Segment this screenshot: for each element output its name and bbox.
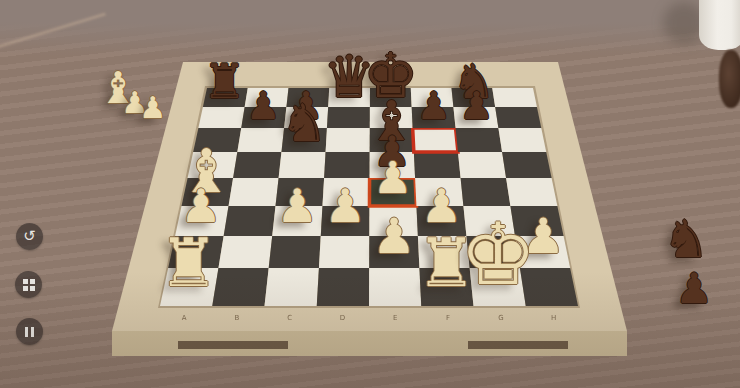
frame-slot-right [468,341,568,349]
square-d1[interactable] [317,268,369,306]
file-letter-H: H [551,314,556,322]
square-d5[interactable] [324,152,370,178]
square-d6[interactable] [326,128,370,152]
captured-black-knight: ♞ [663,213,710,265]
piece-white-rook[interactable]: ♜ [159,230,219,297]
piece-white-pawn[interactable]: ♟ [277,183,318,229]
pause-button[interactable] [16,318,43,345]
square-h8[interactable] [492,88,537,107]
file-letter-D: D [340,314,345,322]
piece-white-pawn[interactable]: ♟ [372,212,416,261]
captured-white-pawn: ♟ [140,93,167,123]
board-menu-button[interactable] [15,271,42,298]
square-f5[interactable] [414,152,461,178]
square-h7[interactable] [495,107,541,128]
undo-button[interactable]: ↺ [16,223,43,250]
captured-black-pawn: ♟ [675,268,713,310]
file-letter-F: F [446,314,450,322]
square-e1[interactable] [369,268,421,306]
square-c1[interactable] [265,268,319,306]
piece-white-pawn[interactable]: ♟ [325,183,366,229]
square-f6[interactable] [413,128,458,152]
square-b4[interactable] [229,178,279,206]
piece-black-pawn[interactable]: ♟ [459,87,493,125]
square-g6[interactable] [456,128,503,152]
file-letter-B: B [235,314,240,322]
square-c2[interactable] [269,236,321,268]
piece-black-rook[interactable]: ♜ [203,58,246,106]
square-h4[interactable] [506,178,557,206]
square-b2[interactable] [218,236,272,268]
square-d2[interactable] [319,236,369,268]
square-g5[interactable] [458,152,506,178]
frame-slot-left [178,341,288,349]
square-g4[interactable] [461,178,511,206]
square-h5[interactable] [502,152,551,178]
square-b1[interactable] [212,268,268,306]
file-letter-G: G [498,314,503,322]
square-b5[interactable] [233,152,281,178]
file-letter-C: C [287,314,292,322]
piece-white-king[interactable]: ♚ [460,212,537,297]
piece-white-pawn[interactable]: ♟ [373,156,412,200]
pause-icon [25,327,34,337]
file-letter-E: E [393,314,397,322]
undo-icon: ↺ [23,229,36,244]
square-b6[interactable] [237,128,284,152]
grid-icon [23,279,35,291]
square-h6[interactable] [498,128,546,152]
piece-white-pawn[interactable]: ♟ [421,183,462,229]
file-letter-A: A [182,314,187,322]
square-b3[interactable] [224,206,276,236]
square-c5[interactable] [279,152,326,178]
piece-black-pawn[interactable]: ♟ [417,87,451,125]
piece-black-knight[interactable]: ♞ [281,97,328,149]
piece-white-pawn[interactable]: ♟ [180,183,221,229]
piece-black-pawn[interactable]: ♟ [246,87,280,125]
table-surface: ABCDEFGH ♜♛♚♞♟♟♟♟♞♝♟♝♟♟♟♟♟♟♟♜♜♚♝♟♟♞♟ ↺ [0,0,740,388]
square-a7[interactable] [198,107,244,128]
